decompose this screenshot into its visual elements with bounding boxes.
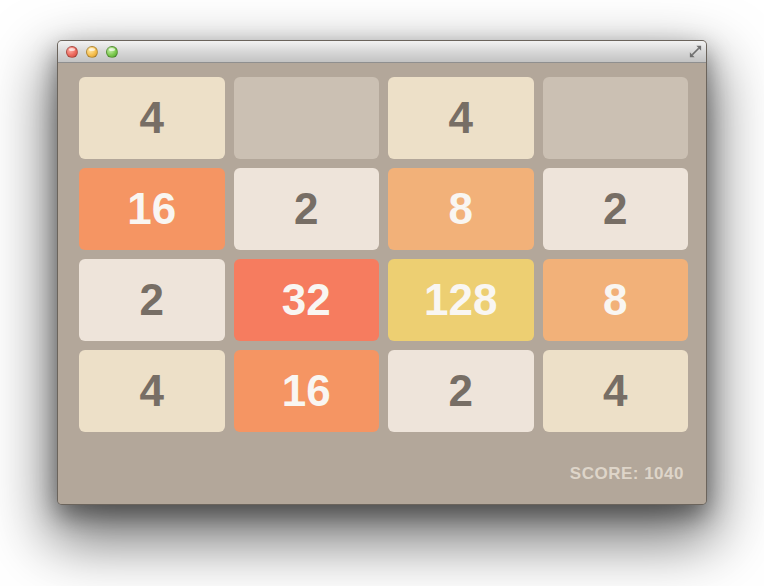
resize-arrows-glyph <box>689 45 702 58</box>
tile-4: 4 <box>388 77 534 159</box>
tile-2: 2 <box>234 168 380 250</box>
game-content: 4416282232128841624 SCORE: 1040 <box>58 77 706 505</box>
resize-arrows-icon[interactable] <box>688 44 702 58</box>
tile-128: 128 <box>388 259 534 341</box>
empty-cell <box>234 77 380 159</box>
tile-16: 16 <box>234 350 380 432</box>
title-bar[interactable] <box>58 41 706 63</box>
tile-2: 2 <box>543 168 689 250</box>
tile-2: 2 <box>388 350 534 432</box>
app-window: 4416282232128841624 SCORE: 1040 <box>57 40 707 505</box>
board-2048: 4416282232128841624 <box>79 77 688 432</box>
tile-32: 32 <box>234 259 380 341</box>
tile-4: 4 <box>79 350 225 432</box>
score-display: SCORE: 1040 <box>570 464 684 484</box>
tile-8: 8 <box>388 168 534 250</box>
tile-8: 8 <box>543 259 689 341</box>
tile-4: 4 <box>79 77 225 159</box>
zoom-button[interactable] <box>106 46 118 58</box>
traffic-lights <box>66 46 118 58</box>
empty-cell <box>543 77 689 159</box>
minimize-button[interactable] <box>86 46 98 58</box>
close-button[interactable] <box>66 46 78 58</box>
tile-2: 2 <box>79 259 225 341</box>
tile-16: 16 <box>79 168 225 250</box>
tile-4: 4 <box>543 350 689 432</box>
